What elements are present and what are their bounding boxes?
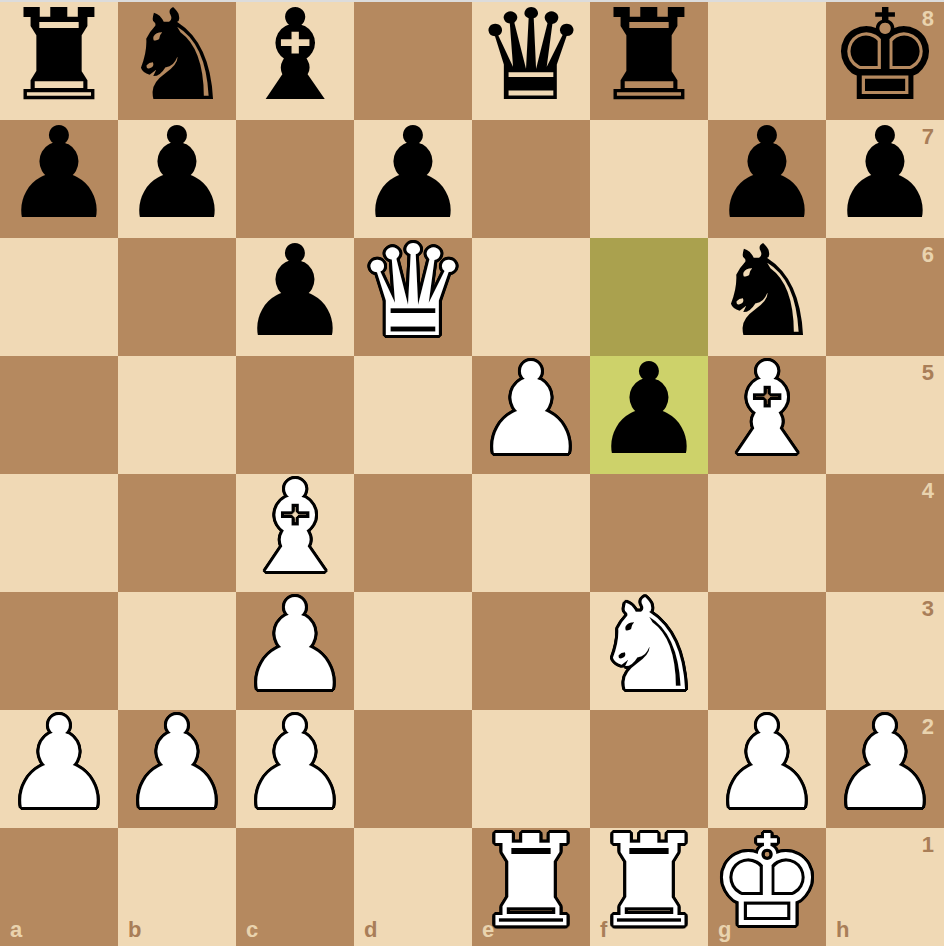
square-f7[interactable] [590,120,708,238]
square-d4[interactable] [354,474,472,592]
square-c6[interactable]: ♟ [236,238,354,356]
square-h5[interactable]: 5 [826,356,944,474]
piece-black-pawn-d7[interactable]: ♟ [357,115,470,233]
piece-black-bishop-c8[interactable]: ♝ [239,0,352,115]
square-h4[interactable]: 4 [826,474,944,592]
square-b6[interactable] [118,238,236,356]
square-a7[interactable]: ♟ [0,120,118,238]
file-label-b: b [128,919,141,941]
square-d6[interactable]: ♛ [354,238,472,356]
piece-black-pawn-f5[interactable]: ♟ [593,351,706,469]
square-c2[interactable]: ♟ [236,710,354,828]
square-d3[interactable] [354,592,472,710]
square-d5[interactable] [354,356,472,474]
square-e3[interactable] [472,592,590,710]
piece-white-rook-e1[interactable]: ♜ [475,823,588,941]
square-c8[interactable]: ♝ [236,2,354,120]
square-c1[interactable]: c [236,828,354,946]
rank-label-5: 5 [922,362,934,384]
piece-black-rook-f8[interactable]: ♜ [593,0,706,115]
square-d2[interactable] [354,710,472,828]
square-a2[interactable]: ♟ [0,710,118,828]
square-a5[interactable] [0,356,118,474]
square-b1[interactable]: b [118,828,236,946]
piece-white-bishop-c4[interactable]: ♝ [239,469,352,587]
square-e7[interactable] [472,120,590,238]
piece-white-rook-f1[interactable]: ♜ [593,823,706,941]
piece-white-pawn-h2[interactable]: ♟ [829,705,942,823]
piece-white-king-g1[interactable]: ♚ [711,823,824,941]
square-h7[interactable]: ♟7 [826,120,944,238]
square-a4[interactable] [0,474,118,592]
square-d1[interactable]: d [354,828,472,946]
square-b7[interactable]: ♟ [118,120,236,238]
square-g4[interactable] [708,474,826,592]
piece-black-pawn-h7[interactable]: ♟ [829,115,942,233]
file-label-d: d [364,919,377,941]
square-f3[interactable]: ♞ [590,592,708,710]
piece-white-bishop-g5[interactable]: ♝ [711,351,824,469]
square-e1[interactable]: ♜e [472,828,590,946]
piece-black-rook-a8[interactable]: ♜ [3,0,116,115]
square-a1[interactable]: a [0,828,118,946]
piece-white-knight-f3[interactable]: ♞ [593,587,706,705]
piece-black-queen-e8[interactable]: ♛ [475,0,588,115]
square-h1[interactable]: 1h [826,828,944,946]
square-f8[interactable]: ♜ [590,2,708,120]
piece-black-pawn-b7[interactable]: ♟ [121,115,234,233]
square-f1[interactable]: ♜f [590,828,708,946]
piece-white-pawn-c2[interactable]: ♟ [239,705,352,823]
piece-black-pawn-c6[interactable]: ♟ [239,233,352,351]
square-g1[interactable]: ♚g [708,828,826,946]
piece-white-queen-d6[interactable]: ♛ [357,233,470,351]
square-e8[interactable]: ♛ [472,2,590,120]
rank-label-6: 6 [922,244,934,266]
rank-label-1: 1 [922,834,934,856]
piece-black-king-h8[interactable]: ♚ [829,0,942,115]
square-b5[interactable] [118,356,236,474]
file-label-a: a [10,919,22,941]
square-g5[interactable]: ♝ [708,356,826,474]
piece-black-knight-g6[interactable]: ♞ [711,233,824,351]
rank-label-3: 3 [922,598,934,620]
piece-black-pawn-a7[interactable]: ♟ [3,115,116,233]
piece-white-pawn-e5[interactable]: ♟ [475,351,588,469]
square-a6[interactable] [0,238,118,356]
piece-white-pawn-c3[interactable]: ♟ [239,587,352,705]
piece-white-pawn-b2[interactable]: ♟ [121,705,234,823]
file-label-h: h [836,919,849,941]
piece-white-pawn-a2[interactable]: ♟ [3,705,116,823]
chess-board: ♜♞♝♛♜♚8♟♟♟♟♟7♟♛♞6♟♟♝5♝4♟♞3♟♟♟♟♟2abcd♜e♜f… [0,2,944,946]
square-b2[interactable]: ♟ [118,710,236,828]
square-h6[interactable]: 6 [826,238,944,356]
rank-label-4: 4 [922,480,934,502]
square-f5[interactable]: ♟ [590,356,708,474]
square-e4[interactable] [472,474,590,592]
piece-black-knight-b8[interactable]: ♞ [121,0,234,115]
file-label-c: c [246,919,258,941]
square-b4[interactable] [118,474,236,592]
square-h2[interactable]: ♟2 [826,710,944,828]
piece-white-pawn-g2[interactable]: ♟ [711,705,824,823]
piece-black-pawn-g7[interactable]: ♟ [711,115,824,233]
square-e5[interactable]: ♟ [472,356,590,474]
